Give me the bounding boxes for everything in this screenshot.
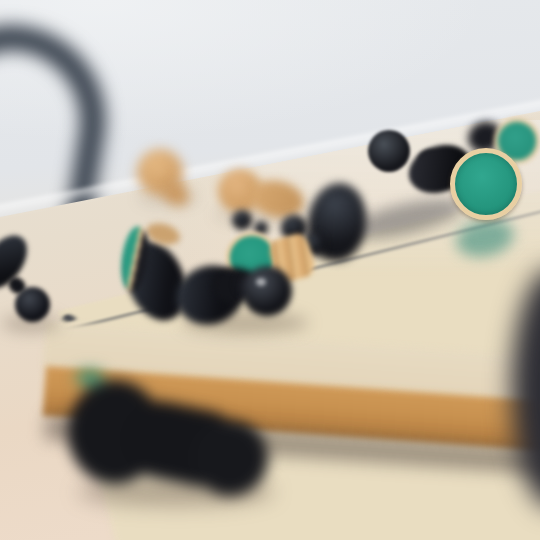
specular-highlight [256, 278, 266, 286]
felt-green-sliver [76, 370, 104, 385]
black-pawn-head-bead [232, 210, 252, 230]
black-pawn-on-board-head [368, 130, 410, 172]
chess-photo-scene: ♞♞♞♞♞♞ [0, 0, 540, 540]
rook-head [192, 420, 268, 496]
black-pawn-left-head [15, 287, 50, 322]
black-pawn-on-board-green-felt-base [450, 148, 522, 220]
black-rook-foreground-blurred [64, 368, 284, 508]
black-pawn-fallen-head [242, 266, 292, 316]
